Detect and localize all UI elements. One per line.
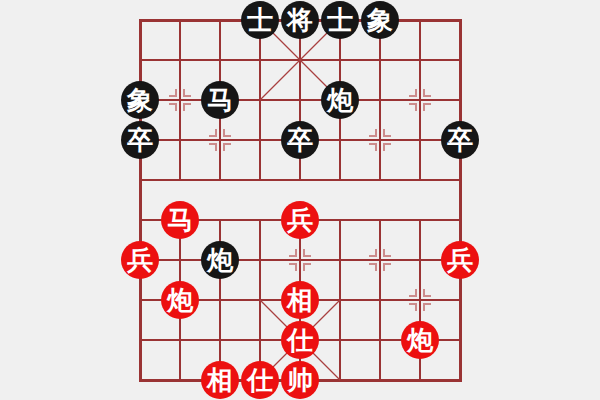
piece-red-horse[interactable]: 马	[161, 201, 199, 239]
piece-red-soldier[interactable]: 兵	[441, 241, 479, 279]
piece-red-soldier[interactable]: 兵	[281, 201, 319, 239]
piece-black-soldier[interactable]: 卒	[441, 121, 479, 159]
piece-black-horse[interactable]: 马	[201, 81, 239, 119]
piece-black-advisor[interactable]: 士	[321, 1, 359, 39]
xiangqi-board[interactable]: 士将士象象马炮卒卒卒马兵兵炮兵炮相仕炮相仕帅	[0, 0, 600, 400]
piece-red-advisor[interactable]: 仕	[241, 361, 279, 399]
xiangqi-app: 士将士象象马炮卒卒卒马兵兵炮兵炮相仕炮相仕帅	[0, 0, 600, 400]
piece-red-cannon[interactable]: 炮	[401, 321, 439, 359]
piece-red-elephant[interactable]: 相	[201, 361, 239, 399]
piece-red-soldier[interactable]: 兵	[121, 241, 159, 279]
piece-black-soldier[interactable]: 卒	[281, 121, 319, 159]
piece-black-elephant[interactable]: 象	[361, 1, 399, 39]
piece-red-cannon[interactable]: 炮	[161, 281, 199, 319]
piece-black-cannon[interactable]: 炮	[201, 241, 239, 279]
piece-red-king[interactable]: 帅	[281, 361, 319, 399]
piece-black-advisor[interactable]: 士	[241, 1, 279, 39]
piece-black-soldier[interactable]: 卒	[121, 121, 159, 159]
piece-red-advisor[interactable]: 仕	[281, 321, 319, 359]
piece-black-king[interactable]: 将	[281, 1, 319, 39]
piece-black-cannon[interactable]: 炮	[321, 81, 359, 119]
piece-black-elephant[interactable]: 象	[121, 81, 159, 119]
piece-red-elephant[interactable]: 相	[281, 281, 319, 319]
